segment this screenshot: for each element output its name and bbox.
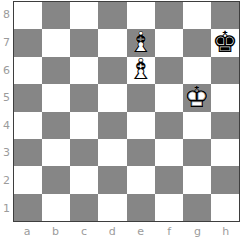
rank-label-3: 3 [0, 139, 13, 167]
file-label-d: d [98, 222, 126, 240]
square-d4[interactable] [98, 112, 126, 139]
square-c6[interactable] [70, 57, 98, 84]
square-e2[interactable] [127, 166, 155, 193]
rank-label-8: 8 [0, 1, 13, 29]
square-f2[interactable] [155, 166, 183, 193]
file-label-a: a [13, 222, 41, 240]
file-label-e: e [127, 222, 155, 240]
rank-label-2: 2 [0, 167, 13, 195]
square-g1[interactable] [183, 194, 211, 221]
file-labels: abcdefgh [13, 222, 240, 240]
square-b6[interactable] [42, 57, 70, 84]
white-king[interactable]: ♚♔ [183, 84, 211, 111]
chess-board[interactable]: ♝♗♚♝♗♚♔ [13, 1, 240, 222]
file-label-c: c [70, 222, 98, 240]
chess-diagram: 87654321 ♝♗♚♝♗♚♔ abcdefgh [0, 0, 240, 240]
square-d1[interactable] [98, 194, 126, 221]
square-a6[interactable] [14, 57, 42, 84]
square-f6[interactable] [155, 57, 183, 84]
square-b4[interactable] [42, 112, 70, 139]
square-f4[interactable] [155, 112, 183, 139]
square-b2[interactable] [42, 166, 70, 193]
square-b7[interactable] [42, 29, 70, 56]
rank-label-5: 5 [0, 84, 13, 112]
square-g3[interactable] [183, 139, 211, 166]
rank-label-6: 6 [0, 56, 13, 84]
square-c2[interactable] [70, 166, 98, 193]
square-a1[interactable] [14, 194, 42, 221]
square-g7[interactable] [183, 29, 211, 56]
rank-label-4: 4 [0, 112, 13, 140]
square-g2[interactable] [183, 166, 211, 193]
square-c4[interactable] [70, 112, 98, 139]
square-a7[interactable] [14, 29, 42, 56]
file-label-h: h [212, 222, 240, 240]
rank-labels: 87654321 [0, 1, 13, 222]
square-h4[interactable] [211, 112, 239, 139]
square-c8[interactable] [70, 2, 98, 29]
rank-label-1: 1 [0, 194, 13, 222]
white-bishop[interactable]: ♝♗ [127, 57, 155, 84]
square-e5[interactable] [127, 84, 155, 111]
square-e6[interactable]: ♝♗ [127, 57, 155, 84]
square-c5[interactable] [70, 84, 98, 111]
square-c1[interactable] [70, 194, 98, 221]
square-b1[interactable] [42, 194, 70, 221]
white-bishop-outline: ♗ [128, 55, 154, 84]
square-a8[interactable] [14, 2, 42, 29]
square-d3[interactable] [98, 139, 126, 166]
square-f1[interactable] [155, 194, 183, 221]
square-g5[interactable]: ♚♔ [183, 84, 211, 111]
square-a4[interactable] [14, 112, 42, 139]
square-h3[interactable] [211, 139, 239, 166]
square-h7[interactable]: ♚ [211, 29, 239, 56]
square-f8[interactable] [155, 2, 183, 29]
square-b5[interactable] [42, 84, 70, 111]
square-h6[interactable] [211, 57, 239, 84]
square-h5[interactable] [211, 84, 239, 111]
file-label-g: g [183, 222, 211, 240]
white-king-outline: ♔ [184, 83, 210, 112]
square-d7[interactable] [98, 29, 126, 56]
square-g8[interactable] [183, 2, 211, 29]
square-b3[interactable] [42, 139, 70, 166]
square-f3[interactable] [155, 139, 183, 166]
square-a5[interactable] [14, 84, 42, 111]
square-d6[interactable] [98, 57, 126, 84]
square-d8[interactable] [98, 2, 126, 29]
square-e1[interactable] [127, 194, 155, 221]
square-e4[interactable] [127, 112, 155, 139]
square-h2[interactable] [211, 166, 239, 193]
square-c7[interactable] [70, 29, 98, 56]
square-f5[interactable] [155, 84, 183, 111]
square-a2[interactable] [14, 166, 42, 193]
square-e3[interactable] [127, 139, 155, 166]
square-g4[interactable] [183, 112, 211, 139]
square-d5[interactable] [98, 84, 126, 111]
square-b8[interactable] [42, 2, 70, 29]
square-h1[interactable] [211, 194, 239, 221]
black-king[interactable]: ♚ [211, 29, 239, 56]
black-king-glyph: ♚ [212, 28, 238, 57]
rank-label-7: 7 [0, 29, 13, 57]
square-f7[interactable] [155, 29, 183, 56]
square-a3[interactable] [14, 139, 42, 166]
file-label-b: b [41, 222, 69, 240]
square-d2[interactable] [98, 166, 126, 193]
file-label-f: f [155, 222, 183, 240]
square-c3[interactable] [70, 139, 98, 166]
